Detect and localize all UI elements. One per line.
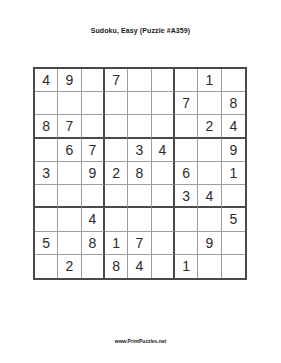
cell-r6c3 [82,185,105,208]
cell-r8c2 [58,232,81,255]
cell-r8c5: 7 [128,232,151,255]
cell-r3c6 [152,115,175,138]
cell-r6c4 [105,185,128,208]
cell-r8c1: 5 [35,232,58,255]
cell-r6c1 [35,185,58,208]
cell-r9c3 [82,255,105,278]
cell-r4c2: 6 [58,139,81,162]
cell-r5c3: 9 [82,162,105,185]
cell-r1c5 [128,69,151,92]
cell-r9c8 [198,255,221,278]
cell-r3c7 [175,115,198,138]
sudoku-grid: 4971788724673493928613445581792841 [33,67,247,280]
cell-r7c9: 5 [222,208,245,231]
cell-r3c9: 4 [222,115,245,138]
cell-r6c5 [128,185,151,208]
cell-r9c1 [35,255,58,278]
cell-r3c5 [128,115,151,138]
cell-r4c8 [198,139,221,162]
cell-r9c9 [222,255,245,278]
cell-r1c3 [82,69,105,92]
cell-r7c5 [128,208,151,231]
cell-r7c8 [198,208,221,231]
cell-r5c5: 8 [128,162,151,185]
cell-r5c2 [58,162,81,185]
cell-r6c2 [58,185,81,208]
cell-r4c9: 9 [222,139,245,162]
cell-r9c4: 8 [105,255,128,278]
cell-r4c1 [35,139,58,162]
cell-r5c9: 1 [222,162,245,185]
cell-r5c6 [152,162,175,185]
cell-r2c2 [58,92,81,115]
cell-r1c4: 7 [105,69,128,92]
cell-r9c6 [152,255,175,278]
cell-r6c7: 3 [175,185,198,208]
cell-r2c5 [128,92,151,115]
cell-r2c7: 7 [175,92,198,115]
cell-r1c6 [152,69,175,92]
cell-r1c2: 9 [58,69,81,92]
cell-r2c6 [152,92,175,115]
cell-r3c3 [82,115,105,138]
cell-r9c7: 1 [175,255,198,278]
cell-r7c3: 4 [82,208,105,231]
cell-r8c8: 9 [198,232,221,255]
cell-r3c2: 7 [58,115,81,138]
cell-r7c4 [105,208,128,231]
cell-r1c7 [175,69,198,92]
cell-r1c9 [222,69,245,92]
cell-r6c6 [152,185,175,208]
cell-r8c4: 1 [105,232,128,255]
cell-r5c4: 2 [105,162,128,185]
cell-r4c7 [175,139,198,162]
cell-r1c1: 4 [35,69,58,92]
cell-r8c3: 8 [82,232,105,255]
cell-r3c4 [105,115,128,138]
cell-r2c3 [82,92,105,115]
cell-r5c8 [198,162,221,185]
cell-r2c1 [35,92,58,115]
cell-r2c4 [105,92,128,115]
footer-url: www.PrintPuzzles.net [0,338,281,344]
cell-r4c4 [105,139,128,162]
cell-r1c8: 1 [198,69,221,92]
cell-r7c6 [152,208,175,231]
cell-r8c9 [222,232,245,255]
cell-r7c1 [35,208,58,231]
cell-r7c2 [58,208,81,231]
page-title: Sudoku, Easy (Puzzle #A359) [0,27,281,34]
cell-r9c5: 4 [128,255,151,278]
cell-r8c7 [175,232,198,255]
cell-r6c9 [222,185,245,208]
cell-r8c6 [152,232,175,255]
cell-r4c3: 7 [82,139,105,162]
cell-r4c5: 3 [128,139,151,162]
cell-r5c7: 6 [175,162,198,185]
cell-r2c9: 8 [222,92,245,115]
cell-r3c1: 8 [35,115,58,138]
cell-r3c8: 2 [198,115,221,138]
cell-r2c8 [198,92,221,115]
cell-r9c2: 2 [58,255,81,278]
cell-r4c6: 4 [152,139,175,162]
cell-r7c7 [175,208,198,231]
cell-r5c1: 3 [35,162,58,185]
cell-r6c8: 4 [198,185,221,208]
